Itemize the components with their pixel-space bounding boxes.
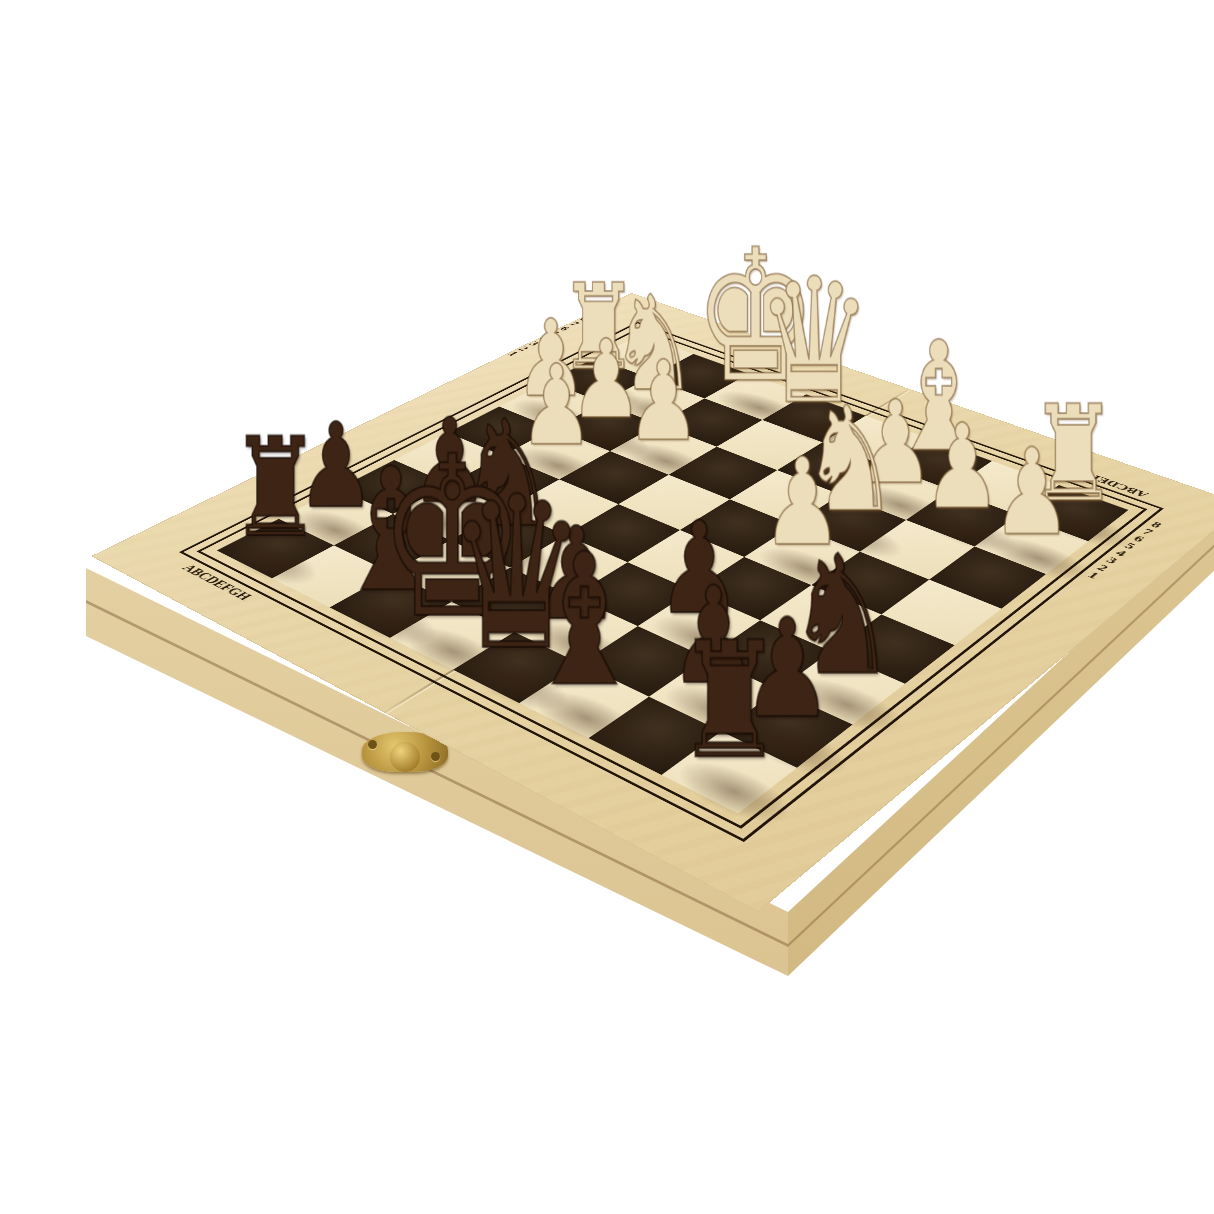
product-photo: ABCDEFGH ABCDEFGH 87654321 87654321 ♚♛♝♜… (0, 0, 1214, 1214)
chessboard[interactable]: ABCDEFGH ABCDEFGH 87654321 87654321 ♚♛♝♜… (91, 293, 1214, 912)
piece-white-pawn[interactable]: ♟ (992, 435, 1072, 548)
scene: ABCDEFGH ABCDEFGH 87654321 87654321 ♚♛♝♜… (0, 0, 1214, 1214)
piece-black-rook[interactable]: ♜ (675, 625, 783, 778)
piece-black-bishop[interactable]: ♝ (523, 534, 645, 707)
piece-black-rook[interactable]: ♜ (229, 423, 321, 553)
